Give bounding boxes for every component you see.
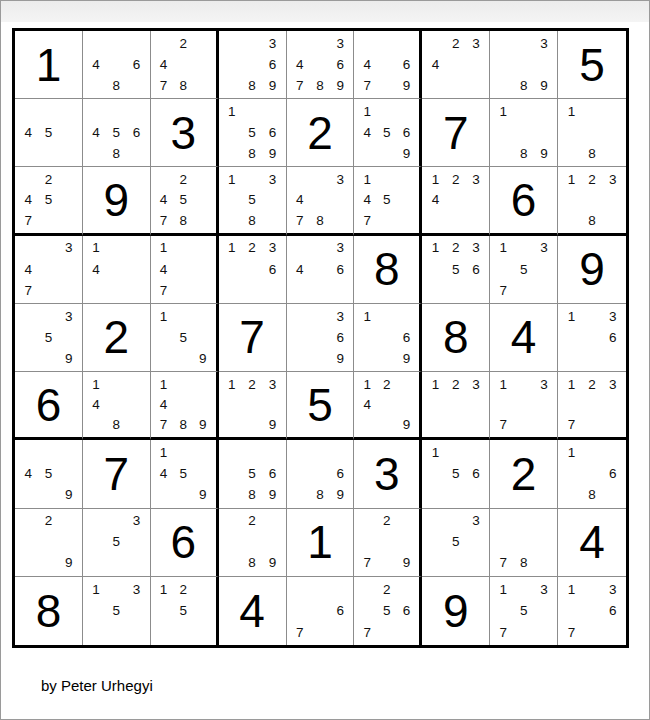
- pencil-mark-slot-5: [310, 190, 330, 210]
- pencil-mark-slot-3: [193, 374, 213, 394]
- pencil-mark-slot-5: 5: [173, 463, 193, 484]
- cell-r6c9[interactable]: 1237: [558, 372, 626, 440]
- pencil-mark-slot-5: 5: [38, 122, 58, 143]
- cell-r5c4[interactable]: 7: [219, 304, 287, 372]
- pencil-mark-slot-6: [466, 532, 486, 553]
- pencil-mark-slot-4: [493, 532, 513, 553]
- pencil-marks: 1236: [219, 236, 286, 303]
- pencil-mark-slot-5: [582, 327, 603, 348]
- cell-r2c1[interactable]: 45: [15, 99, 83, 167]
- pencil-marks: 135: [83, 577, 150, 645]
- cell-r3c6[interactable]: 1457: [354, 167, 422, 235]
- pencil-mark-slot-5: 5: [106, 532, 126, 553]
- pencil-mark-slot-6: 6: [397, 122, 417, 143]
- cell-r7c4[interactable]: 5689: [219, 440, 287, 508]
- pencil-mark-slot-1: 1: [493, 238, 513, 259]
- pencil-mark-slot-3: 3: [602, 579, 623, 600]
- pencil-mark-slot-4: [561, 395, 582, 415]
- pencil-mark-slot-2: 2: [582, 169, 603, 189]
- cell-r8c2[interactable]: 35: [83, 509, 151, 577]
- cell-r4c2[interactable]: 14: [83, 236, 151, 304]
- pencil-mark-slot-5: 5: [514, 600, 534, 621]
- pencil-mark-slot-6: [59, 327, 79, 348]
- pencil-mark-slot-9: 9: [397, 553, 417, 574]
- pencil-mark-slot-2: 2: [38, 169, 58, 189]
- pencil-mark-slot-7: [425, 415, 445, 435]
- pencil-mark-slot-7: [290, 280, 310, 301]
- cell-r7c7[interactable]: 156: [422, 440, 490, 508]
- pencil-mark-slot-3: 3: [262, 238, 282, 259]
- pencil-mark-slot-3: 3: [262, 169, 282, 189]
- pencil-mark-slot-8: [310, 348, 330, 369]
- pencil-mark-slot-2: [514, 238, 534, 259]
- cell-r3c7[interactable]: 1234: [422, 167, 490, 235]
- cell-r3c3[interactable]: 24578: [151, 167, 219, 235]
- cell-r3c8[interactable]: 6: [490, 167, 558, 235]
- pencil-marks: 346789: [287, 31, 354, 98]
- pencil-mark-slot-9: [466, 75, 486, 96]
- pencil-mark-slot-4: [493, 54, 513, 75]
- solved-digit: 5: [307, 382, 333, 428]
- pencil-mark-slot-5: 5: [173, 327, 193, 348]
- cell-r6c7[interactable]: 123: [422, 372, 490, 440]
- pencil-marks: 125: [151, 577, 216, 645]
- pencil-mark-slot-2: [377, 169, 397, 189]
- cell-r8c8[interactable]: 78: [490, 509, 558, 577]
- cell-r6c3[interactable]: 14789: [151, 372, 219, 440]
- cell-r4c6[interactable]: 8: [354, 236, 422, 304]
- pencil-mark-slot-1: [86, 511, 106, 532]
- cell-r9c1[interactable]: 8: [15, 577, 83, 645]
- pencil-mark-slot-6: 6: [330, 54, 350, 75]
- pencil-mark-slot-6: [193, 327, 213, 348]
- pencil-mark-slot-5: 5: [242, 190, 262, 210]
- cell-r6c6[interactable]: 1249: [354, 372, 422, 440]
- cell-r6c2[interactable]: 148: [83, 372, 151, 440]
- pencil-mark-slot-9: 9: [397, 348, 417, 369]
- cell-r8c7[interactable]: 35: [422, 509, 490, 577]
- pencil-mark-slot-1: [493, 33, 513, 54]
- pencil-mark-slot-9: 9: [262, 415, 282, 435]
- cell-r1c1[interactable]: 1: [15, 31, 83, 99]
- pencil-mark-slot-2: [514, 579, 534, 600]
- pencil-marks: 2457: [15, 167, 82, 232]
- pencil-mark-slot-9: [466, 280, 486, 301]
- cell-r7c3[interactable]: 1459: [151, 440, 219, 508]
- pencil-mark-slot-1: [425, 33, 445, 54]
- pencil-mark-slot-2: [514, 101, 534, 122]
- pencil-mark-slot-3: 3: [330, 169, 350, 189]
- pencil-mark-slot-7: [425, 484, 445, 505]
- pencil-mark-slot-8: 8: [582, 210, 603, 230]
- pencil-mark-slot-2: [310, 238, 330, 259]
- pencil-mark-slot-7: [561, 210, 582, 230]
- pencil-mark-slot-5: 5: [106, 600, 126, 621]
- pencil-mark-slot-4: [493, 122, 513, 143]
- cell-r4c8[interactable]: 1357: [490, 236, 558, 304]
- cell-r8c1[interactable]: 29: [15, 509, 83, 577]
- cell-r7c9[interactable]: 168: [558, 440, 626, 508]
- cell-r9c5[interactable]: 67: [287, 577, 355, 645]
- pencil-mark-slot-4: 4: [18, 463, 38, 484]
- cell-r5c7[interactable]: 8: [422, 304, 490, 372]
- cell-r5c2[interactable]: 2: [83, 304, 151, 372]
- pencil-mark-slot-5: 5: [446, 259, 466, 280]
- pencil-mark-slot-1: [154, 169, 174, 189]
- pencil-mark-slot-7: [357, 415, 377, 435]
- pencil-mark-slot-7: [425, 75, 445, 96]
- pencil-mark-slot-3: [534, 511, 554, 532]
- pencil-mark-slot-5: [582, 463, 603, 484]
- pencil-mark-slot-3: [193, 306, 213, 327]
- cell-r8c6[interactable]: 279: [354, 509, 422, 577]
- pencil-mark-slot-6: [59, 532, 79, 553]
- pencil-mark-slot-2: [446, 442, 466, 463]
- pencil-mark-slot-6: [534, 122, 554, 143]
- pencil-mark-slot-3: [126, 238, 146, 259]
- pencil-mark-slot-6: [466, 395, 486, 415]
- pencil-mark-slot-5: [106, 395, 126, 415]
- cell-r3c2[interactable]: 9: [83, 167, 151, 235]
- pencil-mark-slot-7: 7: [18, 210, 38, 230]
- pencil-mark-slot-7: [222, 75, 242, 96]
- pencil-mark-slot-1: 1: [561, 374, 582, 394]
- pencil-mark-slot-4: [425, 395, 445, 415]
- pencil-mark-slot-8: [377, 143, 397, 164]
- cell-r8c4[interactable]: 289: [219, 509, 287, 577]
- cell-r4c4[interactable]: 1236: [219, 236, 287, 304]
- pencil-mark-slot-4: [357, 327, 377, 348]
- pencil-marks: 234: [422, 31, 489, 98]
- cell-r4c5[interactable]: 346: [287, 236, 355, 304]
- cell-r5c9[interactable]: 136: [558, 304, 626, 372]
- cell-r2c9[interactable]: 18: [558, 99, 626, 167]
- pencil-mark-slot-8: [377, 210, 397, 230]
- solved-digit: 2: [307, 110, 333, 156]
- pencil-mark-slot-7: [290, 348, 310, 369]
- pencil-mark-slot-9: 9: [193, 348, 213, 369]
- cell-r2c6[interactable]: 14569: [354, 99, 422, 167]
- pencil-mark-slot-4: [154, 327, 174, 348]
- pencil-mark-slot-1: 1: [154, 442, 174, 463]
- pencil-mark-slot-7: 7: [357, 75, 377, 96]
- pencil-mark-slot-1: 1: [561, 306, 582, 327]
- cell-r1c7[interactable]: 234: [422, 31, 490, 99]
- pencil-mark-slot-4: 4: [154, 259, 174, 280]
- pencil-mark-slot-2: [377, 101, 397, 122]
- cell-r8c9[interactable]: 4: [558, 509, 626, 577]
- pencil-mark-slot-9: [602, 415, 623, 435]
- pencil-mark-slot-5: [310, 600, 330, 621]
- pencil-mark-slot-9: [330, 622, 350, 643]
- pencil-mark-slot-1: 1: [425, 374, 445, 394]
- pencil-marks: 5689: [219, 440, 286, 507]
- pencil-mark-slot-3: 3: [466, 33, 486, 54]
- cell-r9c6[interactable]: 2567: [354, 577, 422, 645]
- pencil-mark-slot-1: 1: [493, 101, 513, 122]
- pencil-mark-slot-6: [602, 122, 623, 143]
- pencil-mark-slot-7: [18, 143, 38, 164]
- pencil-mark-slot-9: 9: [397, 143, 417, 164]
- pencil-mark-slot-8: [38, 348, 58, 369]
- pencil-mark-slot-5: [242, 395, 262, 415]
- pencil-mark-slot-4: [357, 532, 377, 553]
- pencil-mark-slot-9: [262, 210, 282, 230]
- pencil-mark-slot-6: [262, 190, 282, 210]
- cell-r5c8[interactable]: 4: [490, 304, 558, 372]
- pencil-mark-slot-1: [290, 306, 310, 327]
- cell-r3c9[interactable]: 1238: [558, 167, 626, 235]
- pencil-mark-slot-5: [377, 54, 397, 75]
- pencil-mark-slot-4: 4: [290, 259, 310, 280]
- pencil-marks: 4568: [83, 99, 150, 166]
- cell-r4c7[interactable]: 12356: [422, 236, 490, 304]
- pencil-marks: 12356: [422, 236, 489, 303]
- pencil-mark-slot-8: [173, 348, 193, 369]
- pencil-mark-slot-4: [222, 463, 242, 484]
- pencil-mark-slot-5: [446, 190, 466, 210]
- cell-r4c3[interactable]: 147: [151, 236, 219, 304]
- pencil-mark-slot-4: [86, 532, 106, 553]
- pencil-mark-slot-7: [18, 348, 38, 369]
- pencil-mark-slot-6: 6: [330, 259, 350, 280]
- cell-r9c2[interactable]: 135: [83, 577, 151, 645]
- pencil-mark-slot-2: 2: [38, 511, 58, 532]
- pencil-mark-slot-9: [466, 210, 486, 230]
- pencil-mark-slot-3: [330, 442, 350, 463]
- pencil-mark-slot-8: [173, 622, 193, 643]
- cell-r5c1[interactable]: 359: [15, 304, 83, 372]
- cell-r7c5[interactable]: 689: [287, 440, 355, 508]
- pencil-mark-slot-7: [222, 280, 242, 301]
- pencil-mark-slot-7: 7: [493, 280, 513, 301]
- cell-r3c1[interactable]: 2457: [15, 167, 83, 235]
- cell-r9c4[interactable]: 4: [219, 577, 287, 645]
- pencil-marks: 1238: [558, 167, 626, 232]
- pencil-mark-slot-2: 2: [582, 374, 603, 394]
- pencil-mark-slot-5: 5: [377, 600, 397, 621]
- pencil-mark-slot-9: 9: [262, 75, 282, 96]
- cell-r8c5[interactable]: 1: [287, 509, 355, 577]
- pencil-mark-slot-8: 8: [242, 553, 262, 574]
- cell-r7c8[interactable]: 2: [490, 440, 558, 508]
- pencil-mark-slot-8: [310, 622, 330, 643]
- pencil-mark-slot-4: [222, 54, 242, 75]
- cell-r6c1[interactable]: 6: [15, 372, 83, 440]
- cell-r8c3[interactable]: 6: [151, 509, 219, 577]
- pencil-mark-slot-3: 3: [330, 238, 350, 259]
- pencil-mark-slot-4: 4: [86, 395, 106, 415]
- cell-r2c2[interactable]: 4568: [83, 99, 151, 167]
- cell-r1c3[interactable]: 2478: [151, 31, 219, 99]
- pencil-mark-slot-8: [582, 415, 603, 435]
- pencil-mark-slot-5: 5: [446, 532, 466, 553]
- pencil-mark-slot-5: 5: [514, 259, 534, 280]
- pencil-mark-slot-3: 3: [466, 374, 486, 394]
- cell-r9c7[interactable]: 9: [422, 577, 490, 645]
- pencil-mark-slot-9: 9: [193, 415, 213, 435]
- pencil-mark-slot-6: 6: [126, 54, 146, 75]
- pencil-mark-slot-7: [86, 75, 106, 96]
- pencil-mark-slot-2: [310, 33, 330, 54]
- solved-digit: 9: [579, 246, 605, 292]
- cell-r2c5[interactable]: 2: [287, 99, 355, 167]
- pencil-mark-slot-2: 2: [377, 511, 397, 532]
- cell-r1c5[interactable]: 346789: [287, 31, 355, 99]
- pencil-mark-slot-3: 3: [534, 579, 554, 600]
- solved-digit: 8: [374, 246, 400, 292]
- pencil-mark-slot-5: [582, 395, 603, 415]
- pencil-mark-slot-6: [397, 190, 417, 210]
- pencil-mark-slot-7: 7: [561, 415, 582, 435]
- cell-r2c7[interactable]: 7: [422, 99, 490, 167]
- cell-r7c2[interactable]: 7: [83, 440, 151, 508]
- pencil-mark-slot-8: [377, 348, 397, 369]
- pencil-mark-slot-7: [222, 415, 242, 435]
- pencil-mark-slot-4: [425, 259, 445, 280]
- pencil-mark-slot-3: [330, 579, 350, 600]
- pencil-mark-slot-6: 6: [330, 463, 350, 484]
- cell-r1c9[interactable]: 5: [558, 31, 626, 99]
- solved-digit: 5: [579, 42, 605, 88]
- pencil-mark-slot-8: 8: [514, 143, 534, 164]
- pencil-mark-slot-9: [602, 348, 623, 369]
- pencil-mark-slot-8: [446, 280, 466, 301]
- pencil-mark-slot-1: [222, 511, 242, 532]
- pencil-mark-slot-2: [310, 306, 330, 327]
- pencil-mark-slot-7: [154, 622, 174, 643]
- solved-digit: 4: [511, 314, 537, 360]
- pencil-mark-slot-4: [154, 600, 174, 621]
- cell-r9c8[interactable]: 1357: [490, 577, 558, 645]
- pencil-marks: 1358: [219, 167, 286, 232]
- pencil-mark-slot-8: [310, 280, 330, 301]
- pencil-mark-slot-6: [534, 532, 554, 553]
- pencil-marks: 346: [287, 236, 354, 303]
- cell-r5c6[interactable]: 169: [354, 304, 422, 372]
- cell-r7c1[interactable]: 459: [15, 440, 83, 508]
- pencil-mark-slot-3: 3: [466, 238, 486, 259]
- solved-digit: 4: [239, 588, 265, 634]
- pencil-mark-slot-8: 8: [242, 143, 262, 164]
- pencil-mark-slot-3: [397, 306, 417, 327]
- pencil-mark-slot-7: 7: [290, 210, 310, 230]
- pencil-mark-slot-3: 3: [466, 169, 486, 189]
- pencil-mark-slot-4: 4: [357, 395, 377, 415]
- pencil-mark-slot-5: 5: [242, 463, 262, 484]
- cell-r2c4[interactable]: 15689: [219, 99, 287, 167]
- cell-r1c4[interactable]: 3689: [219, 31, 287, 99]
- pencil-mark-slot-6: 6: [466, 463, 486, 484]
- pencil-mark-slot-2: [38, 238, 58, 259]
- pencil-mark-slot-2: [582, 306, 603, 327]
- cell-r2c8[interactable]: 189: [490, 99, 558, 167]
- cell-r6c4[interactable]: 1239: [219, 372, 287, 440]
- pencil-mark-slot-1: 1: [154, 306, 174, 327]
- pencil-mark-slot-1: 1: [154, 579, 174, 600]
- cell-r1c8[interactable]: 389: [490, 31, 558, 99]
- cell-r9c9[interactable]: 1367: [558, 577, 626, 645]
- cell-r2c3[interactable]: 3: [151, 99, 219, 167]
- solved-digit: 9: [443, 588, 469, 634]
- pencil-mark-slot-2: [310, 442, 330, 463]
- cell-r4c1[interactable]: 347: [15, 236, 83, 304]
- pencil-mark-slot-2: [242, 101, 262, 122]
- pencil-marks: 15689: [219, 99, 286, 166]
- pencil-mark-slot-3: 3: [330, 306, 350, 327]
- cell-r3c5[interactable]: 3478: [287, 167, 355, 235]
- pencil-mark-slot-1: 1: [561, 442, 582, 463]
- pencil-marks: 279: [354, 509, 419, 576]
- pencil-mark-slot-8: 8: [242, 484, 262, 505]
- pencil-mark-slot-8: [446, 484, 466, 505]
- pencil-mark-slot-5: 5: [377, 122, 397, 143]
- pencil-marks: 359: [15, 304, 82, 371]
- pencil-mark-slot-4: [493, 395, 513, 415]
- cell-r4c9[interactable]: 9: [558, 236, 626, 304]
- pencil-mark-slot-2: [106, 374, 126, 394]
- pencil-mark-slot-2: 2: [242, 511, 262, 532]
- pencil-mark-slot-4: 4: [154, 395, 174, 415]
- pencil-mark-slot-1: 1: [425, 169, 445, 189]
- pencil-mark-slot-6: 6: [397, 600, 417, 621]
- pencil-mark-slot-3: 3: [534, 238, 554, 259]
- cell-r9c3[interactable]: 125: [151, 577, 219, 645]
- pencil-mark-slot-7: [86, 143, 106, 164]
- cell-r6c5[interactable]: 5: [287, 372, 355, 440]
- cell-r7c6[interactable]: 3: [354, 440, 422, 508]
- pencil-marks: 147: [151, 236, 216, 303]
- pencil-mark-slot-8: 8: [514, 553, 534, 574]
- pencil-mark-slot-5: [514, 395, 534, 415]
- pencil-mark-slot-4: 4: [425, 54, 445, 75]
- pencil-mark-slot-4: [222, 190, 242, 210]
- pencil-mark-slot-1: [290, 442, 310, 463]
- pencil-mark-slot-8: 8: [106, 143, 126, 164]
- cell-r1c6[interactable]: 4679: [354, 31, 422, 99]
- cell-r6c8[interactable]: 137: [490, 372, 558, 440]
- pencil-mark-slot-4: [561, 122, 582, 143]
- pencil-mark-slot-5: [173, 259, 193, 280]
- pencil-mark-slot-8: [514, 622, 534, 643]
- pencil-marks: 1237: [558, 372, 626, 437]
- pencil-mark-slot-5: [310, 259, 330, 280]
- cell-r5c5[interactable]: 369: [287, 304, 355, 372]
- pencil-mark-slot-6: [534, 54, 554, 75]
- pencil-mark-slot-2: [377, 33, 397, 54]
- pencil-mark-slot-4: [290, 600, 310, 621]
- pencil-mark-slot-8: [106, 553, 126, 574]
- pencil-marks: 459: [15, 440, 82, 507]
- cell-r3c4[interactable]: 1358: [219, 167, 287, 235]
- pencil-mark-slot-2: [106, 238, 126, 259]
- pencil-marks: 136: [558, 304, 626, 371]
- sudoku-page: 1468247836893467894679234389545456831568…: [0, 0, 650, 720]
- pencil-mark-slot-2: 2: [446, 33, 466, 54]
- pencil-mark-slot-6: [59, 259, 79, 280]
- cell-r5c3[interactable]: 159: [151, 304, 219, 372]
- pencil-mark-slot-8: 8: [310, 75, 330, 96]
- pencil-mark-slot-3: 3: [126, 511, 146, 532]
- pencil-mark-slot-6: [193, 463, 213, 484]
- cell-r1c2[interactable]: 468: [83, 31, 151, 99]
- pencil-mark-slot-8: 8: [310, 210, 330, 230]
- pencil-mark-slot-2: [38, 442, 58, 463]
- pencil-mark-slot-2: [38, 306, 58, 327]
- pencil-mark-slot-9: [59, 210, 79, 230]
- pencil-marks: 78: [490, 509, 557, 576]
- pencil-mark-slot-3: 3: [59, 238, 79, 259]
